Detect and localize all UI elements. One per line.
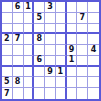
cell-r7c6[interactable]: 1 <box>56 67 67 78</box>
cell-r8c1[interactable]: 5 <box>2 77 13 88</box>
cell-r2c4[interactable]: 5 <box>34 13 45 24</box>
cell-r3c1[interactable] <box>2 24 13 35</box>
cell-r5c3[interactable] <box>24 45 35 56</box>
cell-r4c4[interactable]: 8 <box>34 34 45 45</box>
cell-r7c5[interactable]: 9 <box>45 67 56 78</box>
cell-r6c2[interactable] <box>13 56 24 67</box>
cell-r4c8[interactable] <box>77 34 88 45</box>
cell-r6c5[interactable] <box>45 56 56 67</box>
cell-r7c1[interactable] <box>2 67 13 78</box>
cell-r9c1[interactable]: 7 <box>2 88 13 99</box>
cell-r3c7[interactable] <box>67 24 78 35</box>
cell-r8c9[interactable] <box>88 77 99 88</box>
cell-r5c2[interactable] <box>13 45 24 56</box>
cell-r7c4[interactable] <box>34 67 45 78</box>
cell-r5c5[interactable] <box>45 45 56 56</box>
cell-r8c6[interactable] <box>56 77 67 88</box>
cell-r6c6[interactable] <box>56 56 67 67</box>
cell-r4c5[interactable] <box>45 34 56 45</box>
cell-r1c7[interactable] <box>67 2 78 13</box>
cell-r9c7[interactable] <box>67 88 78 99</box>
cell-r3c5[interactable] <box>45 24 56 35</box>
cell-r6c8[interactable] <box>77 56 88 67</box>
cell-r1c3[interactable]: 1 <box>24 2 35 13</box>
cell-r1c1[interactable] <box>2 2 13 13</box>
cell-r9c6[interactable] <box>56 88 67 99</box>
cell-r1c4[interactable] <box>34 2 45 13</box>
cell-r7c8[interactable] <box>77 67 88 78</box>
cell-r1c8[interactable] <box>77 2 88 13</box>
cell-r5c7[interactable]: 9 <box>67 45 78 56</box>
cell-r2c3[interactable] <box>24 13 35 24</box>
cell-r9c4[interactable] <box>34 88 45 99</box>
cell-r4c3[interactable] <box>24 34 35 45</box>
cell-r1c9[interactable] <box>88 2 99 13</box>
cell-r5c4[interactable] <box>34 45 45 56</box>
cell-r7c9[interactable] <box>88 67 99 78</box>
sudoku-board: 61357278946191587 <box>0 0 101 101</box>
cell-r8c7[interactable] <box>67 77 78 88</box>
cell-r3c4[interactable] <box>34 24 45 35</box>
cell-r8c2[interactable]: 8 <box>13 77 24 88</box>
cell-r2c6[interactable] <box>56 13 67 24</box>
cell-r8c8[interactable] <box>77 77 88 88</box>
cell-r5c9[interactable]: 4 <box>88 45 99 56</box>
cell-r2c2[interactable] <box>13 13 24 24</box>
cell-r3c6[interactable] <box>56 24 67 35</box>
cell-r3c3[interactable] <box>24 24 35 35</box>
cell-r5c6[interactable] <box>56 45 67 56</box>
cell-r6c9[interactable] <box>88 56 99 67</box>
cell-r7c7[interactable] <box>67 67 78 78</box>
cell-r6c4[interactable]: 6 <box>34 56 45 67</box>
cell-r8c4[interactable] <box>34 77 45 88</box>
cell-r6c3[interactable] <box>24 56 35 67</box>
cell-r5c8[interactable] <box>77 45 88 56</box>
cell-r1c6[interactable] <box>56 2 67 13</box>
cell-r4c7[interactable] <box>67 34 78 45</box>
cell-r3c9[interactable] <box>88 24 99 35</box>
cell-r9c2[interactable] <box>13 88 24 99</box>
cell-r5c1[interactable] <box>2 45 13 56</box>
cell-r4c1[interactable]: 2 <box>2 34 13 45</box>
cell-r7c3[interactable] <box>24 67 35 78</box>
cell-r2c5[interactable] <box>45 13 56 24</box>
cell-r1c2[interactable]: 6 <box>13 2 24 13</box>
cell-r4c6[interactable] <box>56 34 67 45</box>
cell-r2c1[interactable] <box>2 13 13 24</box>
cell-r9c3[interactable] <box>24 88 35 99</box>
cell-r7c2[interactable] <box>13 67 24 78</box>
cell-r6c7[interactable]: 1 <box>67 56 78 67</box>
cell-r4c9[interactable] <box>88 34 99 45</box>
cell-r3c2[interactable] <box>13 24 24 35</box>
cell-r9c5[interactable] <box>45 88 56 99</box>
cell-r9c8[interactable] <box>77 88 88 99</box>
cell-r9c9[interactable] <box>88 88 99 99</box>
cell-r4c2[interactable]: 7 <box>13 34 24 45</box>
cell-r8c5[interactable] <box>45 77 56 88</box>
cell-r2c7[interactable] <box>67 13 78 24</box>
cell-r1c5[interactable]: 3 <box>45 2 56 13</box>
cell-r8c3[interactable] <box>24 77 35 88</box>
cell-r3c8[interactable] <box>77 24 88 35</box>
cell-r6c1[interactable] <box>2 56 13 67</box>
cell-r2c8[interactable]: 7 <box>77 13 88 24</box>
cell-r2c9[interactable] <box>88 13 99 24</box>
